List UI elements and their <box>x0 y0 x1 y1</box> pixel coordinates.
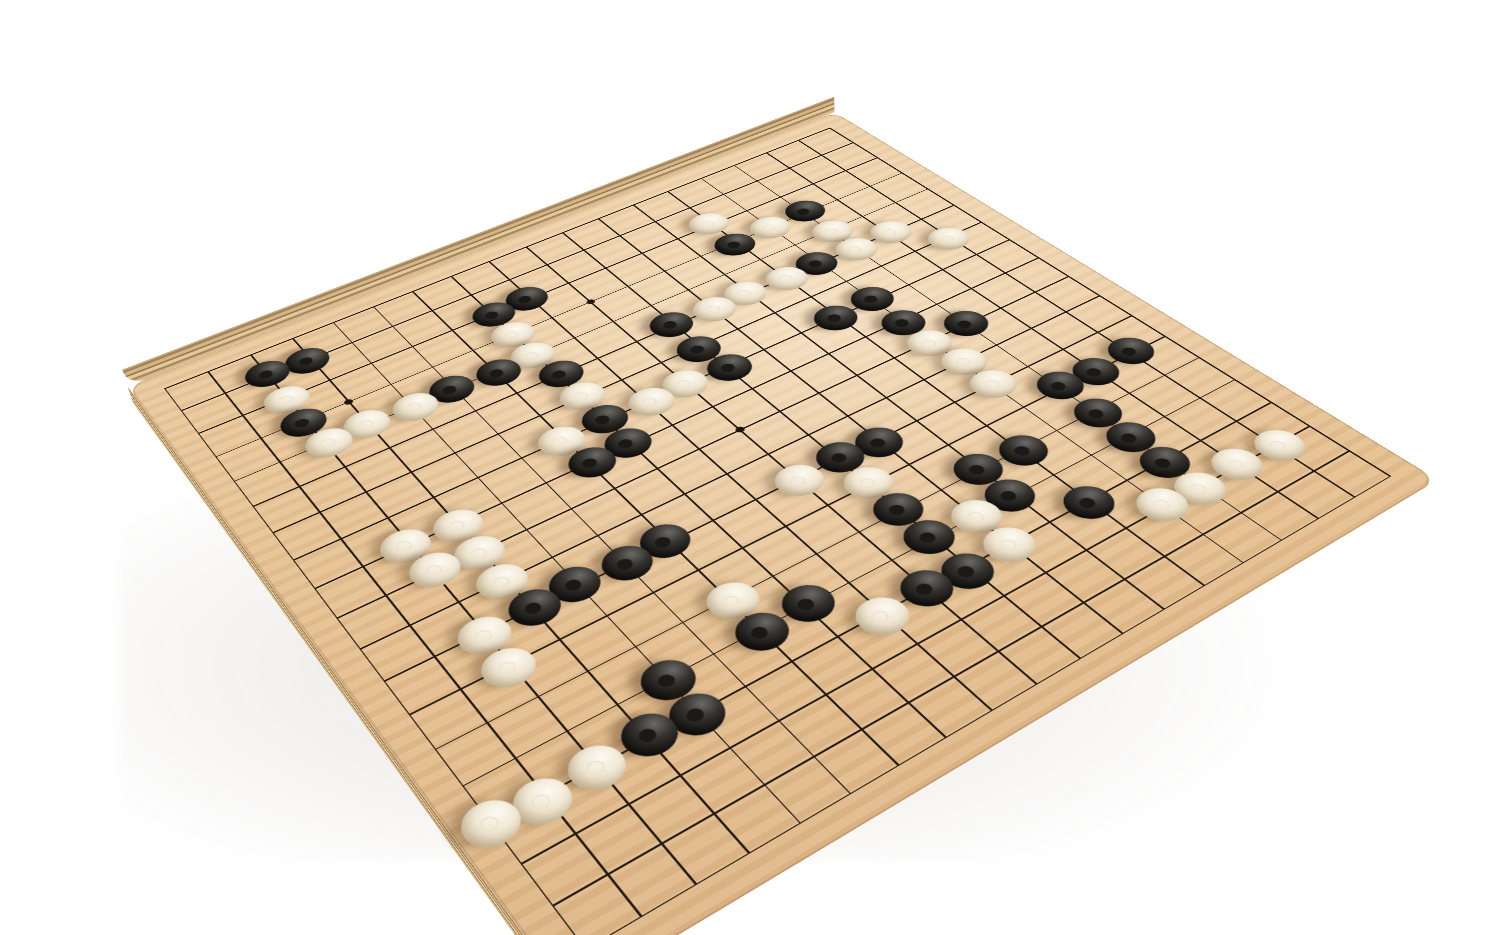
go-stone-black: ● <box>931 546 1005 596</box>
go-stone-white: ○ <box>468 557 538 606</box>
go-stone-black: ● <box>944 448 1013 492</box>
go-stone-black: ● <box>807 436 875 479</box>
go-stone-white: ○ <box>425 503 492 549</box>
go-stone-white: ○ <box>973 520 1046 568</box>
go-stone-white: ○ <box>1126 482 1199 528</box>
go-stone-white: ○ <box>1201 442 1273 486</box>
go-stone-white: ○ <box>919 223 977 254</box>
go-stone-black: ● <box>893 513 965 561</box>
go-stone-black: ● <box>1053 480 1125 526</box>
go-stone-black: ● <box>1096 416 1165 458</box>
go-stone-black: ● <box>725 605 800 658</box>
go-stone-white: ○ <box>1244 424 1315 467</box>
go-stone-white: ○ <box>451 791 532 857</box>
go-stone-black: ● <box>658 685 736 744</box>
go-stone-black: ● <box>1064 393 1132 434</box>
go-stone-black: ● <box>610 705 688 765</box>
go-stone-black: ● <box>630 652 706 708</box>
go-stone-black: ● <box>559 441 624 483</box>
go-stone-black: ● <box>863 487 934 533</box>
go-stone-white: ○ <box>446 530 514 578</box>
go-stone-black: ● <box>540 560 611 610</box>
go-stone-black: ● <box>1129 441 1200 485</box>
go-stone-white: ○ <box>472 640 546 695</box>
go-stone-black: ● <box>771 578 845 630</box>
go-stone-black: ● <box>846 422 913 464</box>
go-stone-black: ● <box>499 582 570 633</box>
go-stone-white: ○ <box>765 459 833 503</box>
star-point <box>343 398 355 405</box>
star-point <box>585 299 596 305</box>
go-stone-white: ○ <box>1164 466 1237 511</box>
go-stone-black: ● <box>592 539 662 588</box>
go-stone-white: ○ <box>558 737 637 799</box>
go-stone-black: ● <box>975 473 1046 518</box>
go-stone-black: ● <box>989 429 1058 472</box>
go-stone-black: ● <box>889 563 964 614</box>
go-stone-white: ○ <box>503 769 583 833</box>
go-stone-white: ○ <box>835 461 904 505</box>
go-stone-white: ○ <box>697 575 770 626</box>
go-stone-white: ○ <box>449 609 521 662</box>
star-point <box>734 426 746 434</box>
go-stone-white: ○ <box>941 493 1013 539</box>
go-stone-white: ○ <box>845 590 920 643</box>
go-stone-white: ○ <box>401 546 470 595</box>
go-stone-black: ● <box>630 518 700 565</box>
go-stone-white: ○ <box>372 522 439 569</box>
product-photo-scene: ○●○○●○●○○●●●●●○○●●●○○○○○●○●●●○●●○●○○●●●●… <box>0 0 1500 935</box>
